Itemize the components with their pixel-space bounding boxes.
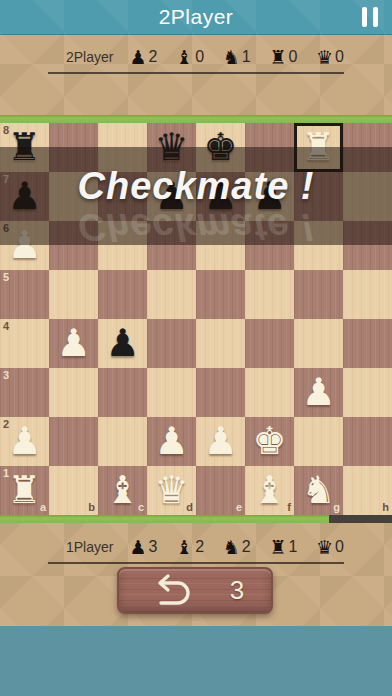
rank-label-7: 7 xyxy=(3,174,9,185)
pause-icon xyxy=(373,7,378,27)
rank-label-4: 4 xyxy=(3,321,9,332)
piece-white-pawn[interactable]: ♟ xyxy=(7,417,41,466)
square-f1[interactable]: f♝ xyxy=(245,466,294,515)
chess-board: 8♜♛♚♜7♟♟♟♟6♟54♟♟3♟2♟♟♟♚1a♜bc♝d♛ef♝g♞h xyxy=(0,123,392,515)
square-g3[interactable]: ♟ xyxy=(294,368,343,417)
piece-white-king[interactable]: ♚ xyxy=(252,417,286,466)
captured-rook-item: ♜1 xyxy=(269,537,297,557)
captured-pawn-count: 2 xyxy=(149,48,158,66)
piece-black-pawn[interactable]: ♟ xyxy=(252,172,286,221)
square-a7[interactable]: 7♟ xyxy=(0,172,49,221)
captured-row-bottom: 1Player ♟3♝2♞2♜1♛0 xyxy=(48,534,344,564)
queen-icon: ♛ xyxy=(316,537,333,557)
square-f4[interactable] xyxy=(245,319,294,368)
square-h1[interactable]: h xyxy=(343,466,392,515)
square-h4[interactable] xyxy=(343,319,392,368)
square-f8[interactable] xyxy=(245,123,294,172)
player-bottom-name: 1Player xyxy=(66,539,113,555)
piece-black-pawn[interactable]: ♟ xyxy=(105,319,139,368)
captured-bishop-count: 0 xyxy=(195,48,204,66)
captured-knight-item: ♞2 xyxy=(223,537,251,557)
pause-button[interactable] xyxy=(358,7,382,27)
square-a3[interactable]: 3 xyxy=(0,368,49,417)
piece-white-pawn[interactable]: ♟ xyxy=(154,417,188,466)
piece-black-pawn[interactable]: ♟ xyxy=(7,172,41,221)
square-e5[interactable] xyxy=(196,270,245,319)
captured-knight-item: ♞1 xyxy=(223,47,251,67)
knight-icon: ♞ xyxy=(223,47,240,67)
rank-label-5: 5 xyxy=(3,272,9,283)
captured-row-top: 2Player ♟2♝0♞1♜0♛0 xyxy=(48,44,344,74)
piece-black-king[interactable]: ♚ xyxy=(203,123,237,172)
square-b1[interactable]: b xyxy=(49,466,98,515)
square-b2[interactable] xyxy=(49,417,98,466)
captured-bottom-items: ♟3♝2♞2♜1♛0 xyxy=(129,537,344,557)
square-g4[interactable] xyxy=(294,319,343,368)
square-c7[interactable] xyxy=(98,172,147,221)
piece-white-bishop[interactable]: ♝ xyxy=(105,466,139,515)
captured-pawn-count: 3 xyxy=(149,538,158,556)
file-label-h: h xyxy=(382,502,389,513)
captured-rook-item: ♜0 xyxy=(269,47,297,67)
piece-white-knight[interactable]: ♞ xyxy=(301,466,335,515)
captured-pawn-item: ♟2 xyxy=(129,47,157,67)
footer-bar xyxy=(0,626,392,696)
square-c1[interactable]: c♝ xyxy=(98,466,147,515)
square-h2[interactable] xyxy=(343,417,392,466)
square-b5[interactable] xyxy=(49,270,98,319)
square-g7[interactable] xyxy=(294,172,343,221)
square-b8[interactable] xyxy=(49,123,98,172)
square-a4[interactable]: 4 xyxy=(0,319,49,368)
bishop-icon: ♝ xyxy=(176,47,193,67)
file-label-d: d xyxy=(186,502,193,513)
timer-bar-bottom xyxy=(0,515,392,523)
square-d5[interactable] xyxy=(147,270,196,319)
square-a2[interactable]: 2♟ xyxy=(0,417,49,466)
square-e3[interactable] xyxy=(196,368,245,417)
square-f6[interactable] xyxy=(245,221,294,270)
square-c3[interactable] xyxy=(98,368,147,417)
piece-black-pawn[interactable]: ♟ xyxy=(203,172,237,221)
captured-knight-count: 1 xyxy=(242,48,251,66)
rook-icon: ♜ xyxy=(269,47,286,67)
square-d8[interactable]: ♛ xyxy=(147,123,196,172)
captured-rook-count: 1 xyxy=(288,538,297,556)
square-e1[interactable]: e xyxy=(196,466,245,515)
square-g1[interactable]: g♞ xyxy=(294,466,343,515)
rank-label-6: 6 xyxy=(3,223,9,234)
square-h8[interactable] xyxy=(343,123,392,172)
rank-label-3: 3 xyxy=(3,370,9,381)
square-c5[interactable] xyxy=(98,270,147,319)
file-label-c: c xyxy=(138,502,144,513)
piece-black-pawn[interactable]: ♟ xyxy=(154,172,188,221)
captured-pawn-item: ♟3 xyxy=(129,537,157,557)
pawn-icon: ♟ xyxy=(129,47,146,67)
piece-black-rook[interactable]: ♜ xyxy=(7,123,41,172)
piece-white-rook[interactable]: ♜ xyxy=(7,466,41,515)
file-label-e: e xyxy=(236,502,242,513)
captured-bishop-item: ♝0 xyxy=(176,47,204,67)
captured-knight-count: 2 xyxy=(242,538,251,556)
square-e6[interactable] xyxy=(196,221,245,270)
square-a5[interactable]: 5 xyxy=(0,270,49,319)
piece-white-pawn[interactable]: ♟ xyxy=(7,221,41,270)
pause-icon xyxy=(362,7,367,27)
player-top-name: 2Player xyxy=(66,49,113,65)
app-screen: 2Player 2Player ♟2♝0♞1♜0♛0 8♜♛♚♜7♟♟♟♟6♟5… xyxy=(0,0,392,696)
square-h3[interactable] xyxy=(343,368,392,417)
square-f2[interactable]: ♚ xyxy=(245,417,294,466)
file-label-f: f xyxy=(287,502,291,513)
rank-label-1: 1 xyxy=(3,468,9,479)
undo-count: 3 xyxy=(230,575,244,606)
captured-bishop-item: ♝2 xyxy=(176,537,204,557)
square-e8[interactable]: ♚ xyxy=(196,123,245,172)
square-h6[interactable] xyxy=(343,221,392,270)
square-f5[interactable] xyxy=(245,270,294,319)
square-g6[interactable] xyxy=(294,221,343,270)
header-bar: 2Player xyxy=(0,0,392,35)
knight-icon: ♞ xyxy=(223,537,240,557)
piece-black-queen[interactable]: ♛ xyxy=(154,123,188,172)
square-h7[interactable] xyxy=(343,172,392,221)
bishop-icon: ♝ xyxy=(176,537,193,557)
undo-button[interactable]: 3 xyxy=(117,567,273,614)
queen-icon: ♛ xyxy=(316,47,333,67)
square-g5[interactable] xyxy=(294,270,343,319)
piece-white-queen[interactable]: ♛ xyxy=(154,466,188,515)
undo-arrow-icon xyxy=(146,572,196,610)
captured-queen-count: 0 xyxy=(335,48,344,66)
square-e2[interactable]: ♟ xyxy=(196,417,245,466)
timer-bar-top xyxy=(0,115,392,123)
square-e7[interactable]: ♟ xyxy=(196,172,245,221)
captured-queen-item: ♛0 xyxy=(316,537,344,557)
captured-rook-count: 0 xyxy=(288,48,297,66)
captured-queen-count: 0 xyxy=(335,538,344,556)
page-title: 2Player xyxy=(0,0,392,34)
file-label-b: b xyxy=(88,502,95,513)
square-d7[interactable]: ♟ xyxy=(147,172,196,221)
piece-white-rook[interactable]: ♜ xyxy=(301,123,335,172)
pawn-icon: ♟ xyxy=(129,537,146,557)
square-b6[interactable] xyxy=(49,221,98,270)
piece-white-pawn[interactable]: ♟ xyxy=(56,319,90,368)
square-d3[interactable] xyxy=(147,368,196,417)
square-a8[interactable]: 8♜ xyxy=(0,123,49,172)
square-a1[interactable]: 1a♜ xyxy=(0,466,49,515)
square-c2[interactable] xyxy=(98,417,147,466)
square-b7[interactable] xyxy=(49,172,98,221)
piece-white-pawn[interactable]: ♟ xyxy=(301,368,335,417)
timer-fill-top xyxy=(0,115,392,123)
square-f3[interactable] xyxy=(245,368,294,417)
captured-queen-item: ♛0 xyxy=(316,47,344,67)
square-c8[interactable] xyxy=(98,123,147,172)
piece-white-bishop[interactable]: ♝ xyxy=(252,466,286,515)
square-d2[interactable]: ♟ xyxy=(147,417,196,466)
square-d6[interactable] xyxy=(147,221,196,270)
square-d1[interactable]: d♛ xyxy=(147,466,196,515)
square-d4[interactable] xyxy=(147,319,196,368)
rook-icon: ♜ xyxy=(269,537,286,557)
rank-label-8: 8 xyxy=(3,125,9,136)
square-a6[interactable]: 6♟ xyxy=(0,221,49,270)
file-label-g: g xyxy=(333,502,340,513)
square-c6[interactable] xyxy=(98,221,147,270)
square-b3[interactable] xyxy=(49,368,98,417)
square-g2[interactable] xyxy=(294,417,343,466)
captured-bishop-count: 2 xyxy=(195,538,204,556)
square-f7[interactable]: ♟ xyxy=(245,172,294,221)
square-b4[interactable]: ♟ xyxy=(49,319,98,368)
square-g8[interactable]: ♜ xyxy=(294,123,343,172)
captured-top-items: ♟2♝0♞1♜0♛0 xyxy=(129,47,344,67)
timer-fill-bottom xyxy=(0,515,329,523)
file-label-a: a xyxy=(40,502,46,513)
rank-label-2: 2 xyxy=(3,419,9,430)
square-c4[interactable]: ♟ xyxy=(98,319,147,368)
square-h5[interactable] xyxy=(343,270,392,319)
square-e4[interactable] xyxy=(196,319,245,368)
piece-white-pawn[interactable]: ♟ xyxy=(203,417,237,466)
